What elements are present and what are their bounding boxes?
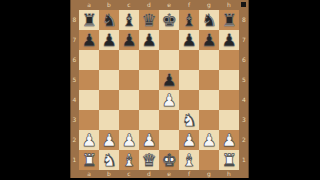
- white-pawn-h2[interactable]: ♟: [219, 130, 239, 150]
- square-h3[interactable]: [219, 110, 239, 130]
- black-bishop-f8[interactable]: ♝: [179, 10, 199, 30]
- square-e5[interactable]: ♟: [159, 70, 179, 90]
- white-queen-d1[interactable]: ♛: [139, 150, 159, 170]
- white-pawn-a2[interactable]: ♟: [79, 130, 99, 150]
- file-label-top-e: e: [167, 2, 171, 8]
- rank-label-left-2: 2: [73, 137, 77, 143]
- square-f5[interactable]: [179, 70, 199, 90]
- rank-label-right-8: 8: [242, 17, 246, 23]
- square-g8[interactable]: ♞: [199, 10, 219, 30]
- white-bishop-c1[interactable]: ♝: [119, 150, 139, 170]
- square-h6[interactable]: [219, 50, 239, 70]
- file-label-bottom-c: c: [127, 171, 130, 177]
- white-pawn-b2[interactable]: ♟: [99, 130, 119, 150]
- square-a3[interactable]: [79, 110, 99, 130]
- file-label-top-a: a: [87, 2, 91, 8]
- white-knight-f3[interactable]: ♞: [179, 110, 199, 130]
- square-g1[interactable]: [199, 150, 219, 170]
- black-queen-d8[interactable]: ♛: [139, 10, 159, 30]
- rank-label-left-4: 4: [73, 97, 77, 103]
- square-c4[interactable]: [119, 90, 139, 110]
- square-c1[interactable]: ♝: [119, 150, 139, 170]
- square-e3[interactable]: [159, 110, 179, 130]
- square-g6[interactable]: [199, 50, 219, 70]
- white-pawn-c2[interactable]: ♟: [119, 130, 139, 150]
- square-a7[interactable]: ♟: [79, 30, 99, 50]
- square-c3[interactable]: [119, 110, 139, 130]
- square-e2[interactable]: [159, 130, 179, 150]
- square-f8[interactable]: ♝: [179, 10, 199, 30]
- square-e4[interactable]: ♟: [159, 90, 179, 110]
- rank-label-right-1: 1: [242, 157, 246, 163]
- square-g3[interactable]: [199, 110, 219, 130]
- rank-label-right-6: 6: [242, 57, 246, 63]
- square-b2[interactable]: ♟: [99, 130, 119, 150]
- square-h4[interactable]: [219, 90, 239, 110]
- white-rook-a1[interactable]: ♜: [79, 150, 99, 170]
- square-b1[interactable]: ♞: [99, 150, 119, 170]
- square-d7[interactable]: ♟: [139, 30, 159, 50]
- white-bishop-f1[interactable]: ♝: [179, 150, 199, 170]
- file-label-bottom-a: a: [87, 171, 91, 177]
- square-h5[interactable]: [219, 70, 239, 90]
- rank-label-left-8: 8: [73, 17, 77, 23]
- black-knight-g8[interactable]: ♞: [199, 10, 219, 30]
- square-g2[interactable]: ♟: [199, 130, 219, 150]
- white-pawn-g2[interactable]: ♟: [199, 130, 219, 150]
- square-d8[interactable]: ♛: [139, 10, 159, 30]
- file-label-bottom-d: d: [147, 171, 151, 177]
- black-pawn-g7[interactable]: ♟: [199, 30, 219, 50]
- square-b5[interactable]: [99, 70, 119, 90]
- square-f4[interactable]: [179, 90, 199, 110]
- rank-label-left-6: 6: [73, 57, 77, 63]
- square-d2[interactable]: ♟: [139, 130, 159, 150]
- file-label-top-c: c: [127, 2, 130, 8]
- white-pawn-f2[interactable]: ♟: [179, 130, 199, 150]
- square-a8[interactable]: ♜: [79, 10, 99, 30]
- square-a4[interactable]: [79, 90, 99, 110]
- square-g5[interactable]: [199, 70, 219, 90]
- black-pawn-b7[interactable]: ♟: [99, 30, 119, 50]
- square-f6[interactable]: [179, 50, 199, 70]
- square-c7[interactable]: ♟: [119, 30, 139, 50]
- black-king-e8[interactable]: ♚: [159, 10, 179, 30]
- chess-board: ♜♞♝♛♚♝♞♜♟♟♟♟♟♟♟♟♟♞♟♟♟♟♟♟♟♜♞♝♛♚♝♜ aabbccd…: [70, 0, 249, 178]
- square-b4[interactable]: [99, 90, 119, 110]
- file-label-bottom-h: h: [227, 171, 231, 177]
- black-pawn-h7[interactable]: ♟: [219, 30, 239, 50]
- square-b3[interactable]: [99, 110, 119, 130]
- square-g7[interactable]: ♟: [199, 30, 219, 50]
- black-rook-h8[interactable]: ♜: [219, 10, 239, 30]
- black-knight-b8[interactable]: ♞: [99, 10, 119, 30]
- square-a1[interactable]: ♜: [79, 150, 99, 170]
- square-f3[interactable]: ♞: [179, 110, 199, 130]
- file-label-top-b: b: [107, 2, 111, 8]
- square-e7[interactable]: [159, 30, 179, 50]
- black-pawn-c7[interactable]: ♟: [119, 30, 139, 50]
- white-pawn-d2[interactable]: ♟: [139, 130, 159, 150]
- square-c8[interactable]: ♝: [119, 10, 139, 30]
- white-rook-h1[interactable]: ♜: [219, 150, 239, 170]
- rank-label-left-1: 1: [73, 157, 77, 163]
- square-g4[interactable]: [199, 90, 219, 110]
- square-b8[interactable]: ♞: [99, 10, 119, 30]
- square-f1[interactable]: ♝: [179, 150, 199, 170]
- rank-label-left-5: 5: [73, 77, 77, 83]
- square-b6[interactable]: [99, 50, 119, 70]
- black-rook-a8[interactable]: ♜: [79, 10, 99, 30]
- square-e1[interactable]: ♚: [159, 150, 179, 170]
- black-pawn-a7[interactable]: ♟: [79, 30, 99, 50]
- square-h8[interactable]: ♜: [219, 10, 239, 30]
- file-label-bottom-e: e: [167, 171, 171, 177]
- square-d6[interactable]: [139, 50, 159, 70]
- white-knight-b1[interactable]: ♞: [99, 150, 119, 170]
- square-b7[interactable]: ♟: [99, 30, 119, 50]
- square-d5[interactable]: [139, 70, 159, 90]
- file-label-bottom-g: g: [207, 171, 211, 177]
- square-e6[interactable]: [159, 50, 179, 70]
- rank-label-left-3: 3: [73, 117, 77, 123]
- white-king-e1[interactable]: ♚: [159, 150, 179, 170]
- square-f2[interactable]: ♟: [179, 130, 199, 150]
- square-c6[interactable]: [119, 50, 139, 70]
- file-label-top-h: h: [227, 2, 231, 8]
- file-label-bottom-f: f: [188, 171, 190, 177]
- square-h7[interactable]: ♟: [219, 30, 239, 50]
- rank-label-right-4: 4: [242, 97, 246, 103]
- square-h1[interactable]: ♜: [219, 150, 239, 170]
- black-pawn-d7[interactable]: ♟: [139, 30, 159, 50]
- square-a5[interactable]: [79, 70, 99, 90]
- rank-label-right-2: 2: [242, 137, 246, 143]
- square-c2[interactable]: ♟: [119, 130, 139, 150]
- black-bishop-c8[interactable]: ♝: [119, 10, 139, 30]
- file-label-bottom-b: b: [107, 171, 111, 177]
- square-a2[interactable]: ♟: [79, 130, 99, 150]
- rank-label-left-7: 7: [73, 37, 77, 43]
- file-label-top-d: d: [147, 2, 151, 8]
- square-d3[interactable]: [139, 110, 159, 130]
- square-d4[interactable]: [139, 90, 159, 110]
- rank-label-right-7: 7: [242, 37, 246, 43]
- square-d1[interactable]: ♛: [139, 150, 159, 170]
- rank-label-right-5: 5: [242, 77, 246, 83]
- black-pawn-e5[interactable]: ♟: [159, 70, 179, 90]
- black-pawn-f7[interactable]: ♟: [179, 30, 199, 50]
- square-h2[interactable]: ♟: [219, 130, 239, 150]
- file-label-top-g: g: [207, 2, 211, 8]
- square-f7[interactable]: ♟: [179, 30, 199, 50]
- letterbox-background: ♜♞♝♛♚♝♞♜♟♟♟♟♟♟♟♟♟♞♟♟♟♟♟♟♟♜♞♝♛♚♝♜ aabbccd…: [0, 0, 320, 180]
- square-c5[interactable]: [119, 70, 139, 90]
- square-a6[interactable]: [79, 50, 99, 70]
- side-to-move-indicator: [241, 2, 246, 7]
- square-e8[interactable]: ♚: [159, 10, 179, 30]
- board-grid: ♜♞♝♛♚♝♞♜♟♟♟♟♟♟♟♟♟♞♟♟♟♟♟♟♟♜♞♝♛♚♝♜: [79, 10, 239, 170]
- white-pawn-e4[interactable]: ♟: [159, 90, 179, 110]
- rank-label-right-3: 3: [242, 117, 246, 123]
- file-label-top-f: f: [188, 2, 190, 8]
